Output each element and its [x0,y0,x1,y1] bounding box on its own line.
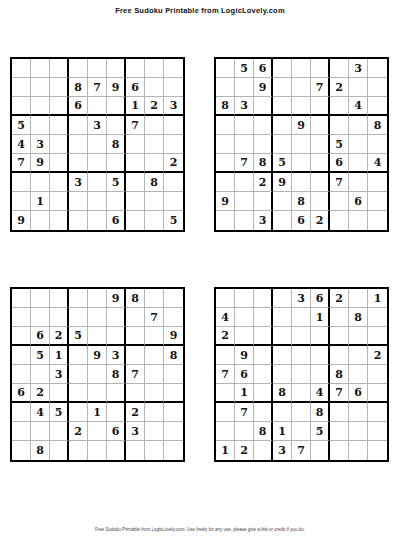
sudoku-cell [164,135,183,154]
sudoku-cell [216,384,235,403]
sudoku-cell [145,116,164,135]
sudoku-cell [368,59,387,78]
sudoku-cell [69,384,88,403]
sudoku-cell [311,59,330,78]
sudoku-cell: 6 [349,384,368,403]
sudoku-cell: 3 [164,97,183,116]
sudoku-cell: 7 [126,365,145,384]
sudoku-cell: 2 [145,97,164,116]
sudoku-cell: 1 [50,346,69,365]
sudoku-cell [12,59,31,78]
sudoku-cell [349,441,368,460]
sudoku-cell [88,327,107,346]
sudoku-cell: 9 [31,154,50,173]
sudoku-cell [107,59,126,78]
sudoku-cell [254,403,273,422]
sudoku-cell [145,441,164,460]
sudoku-cell [31,289,50,308]
sudoku-cell: 9 [88,346,107,365]
sudoku-cell [12,289,31,308]
sudoku-cell: 8 [107,135,126,154]
sudoku-cell [88,308,107,327]
sudoku-cell: 1 [88,403,107,422]
sudoku-cell [31,78,50,97]
sudoku-cell [107,97,126,116]
sudoku-cell [273,403,292,422]
sudoku-cell [349,422,368,441]
sudoku-cell: 5 [31,346,50,365]
sudoku-cell [292,78,311,97]
sudoku-cell [273,365,292,384]
sudoku-cell: 5 [12,116,31,135]
sudoku-cell: 5 [164,211,183,230]
sudoku-cell [330,59,349,78]
sudoku-cell: 9 [273,173,292,192]
sudoku-cell [88,97,107,116]
sudoku-cell [107,327,126,346]
sudoku-cell [50,289,69,308]
sudoku-cell [292,135,311,154]
sudoku-cell [12,365,31,384]
sudoku-cell: 9 [254,78,273,97]
sudoku-cell: 9 [235,346,254,365]
sudoku-cell: 6 [349,192,368,211]
sudoku-cell [69,192,88,211]
sudoku-cell: 3 [292,289,311,308]
sudoku-cell [273,327,292,346]
sudoku-cell [69,59,88,78]
sudoku-cell [126,173,145,192]
sudoku-cell: 3 [31,135,50,154]
sudoku-cell: 9 [292,116,311,135]
sudoku-cell [126,59,145,78]
sudoku-cell [330,327,349,346]
sudoku-cell [292,97,311,116]
sudoku-cell [12,441,31,460]
sudoku-cell [12,403,31,422]
sudoku-cell: 7 [88,78,107,97]
sudoku-cell: 9 [216,192,235,211]
sudoku-cell [235,173,254,192]
sudoku-cell [235,78,254,97]
sudoku-cell [69,211,88,230]
sudoku-cell: 5 [235,59,254,78]
sudoku-cell [311,192,330,211]
sudoku-cell [69,154,88,173]
sudoku-cell [235,308,254,327]
sudoku-cell [349,78,368,97]
sudoku-cell [216,78,235,97]
sudoku-cell [368,384,387,403]
sudoku-cell [145,59,164,78]
sudoku-cell [31,211,50,230]
sudoku-cell [216,135,235,154]
sudoku-cell: 6 [107,422,126,441]
sudoku-cell: 7 [292,441,311,460]
sudoku-cell [311,97,330,116]
sudoku-cell [216,403,235,422]
sudoku-cell [88,441,107,460]
sudoku-cell: 5 [50,403,69,422]
sudoku-cell: 6 [12,384,31,403]
sudoku-cell: 3 [349,59,368,78]
sudoku-cell [107,441,126,460]
sudoku-cell: 6 [254,59,273,78]
sudoku-cell: 8 [311,403,330,422]
sudoku-cell: 8 [368,116,387,135]
sudoku-cell [12,422,31,441]
sudoku-cell [164,365,183,384]
sudoku-cell [349,327,368,346]
sudoku-cell [69,403,88,422]
sudoku-cell [50,422,69,441]
sudoku-cell [126,211,145,230]
sudoku-cell [349,346,368,365]
sudoku-cell [31,173,50,192]
sudoku-cell [88,365,107,384]
sudoku-cell: 2 [216,327,235,346]
sudoku-cell [88,135,107,154]
sudoku-cell [164,173,183,192]
sudoku-cell [126,308,145,327]
sudoku-cell [50,154,69,173]
sudoku-cell [292,154,311,173]
sudoku-cell: 9 [107,78,126,97]
sudoku-cell [164,384,183,403]
sudoku-cell [145,403,164,422]
sudoku-cell: 8 [216,97,235,116]
sudoku-cell: 8 [254,154,273,173]
sudoku-cell [164,403,183,422]
sudoku-cell [216,154,235,173]
sudoku-cell [311,135,330,154]
sudoku-cell: 1 [368,289,387,308]
sudoku-cell [31,59,50,78]
sudoku-cell [126,346,145,365]
sudoku-cell [69,346,88,365]
sudoku-cell [145,78,164,97]
sudoku-cell [273,289,292,308]
sudoku-cell [368,403,387,422]
sudoku-cell [50,135,69,154]
sudoku-cell: 8 [69,78,88,97]
sudoku-cell [69,116,88,135]
sudoku-cell [164,441,183,460]
sudoku-cell: 2 [368,346,387,365]
sudoku-cell [273,59,292,78]
sudoku-cell [50,384,69,403]
page-title: Free Sudoku Printable from LogicLovely.c… [0,6,400,15]
sudoku-cell [273,211,292,230]
sudoku-cell [368,78,387,97]
sudoku-cell [273,346,292,365]
sudoku-cell [12,173,31,192]
sudoku-cell [311,365,330,384]
sudoku-cell: 6 [235,365,254,384]
sudoku-cell [50,192,69,211]
sudoku-cell: 1 [216,441,235,460]
sudoku-cell: 8 [273,384,292,403]
sudoku-cell: 1 [126,97,145,116]
sudoku-cell [273,78,292,97]
sudoku-cell: 6 [126,78,145,97]
sudoku-cell [330,116,349,135]
sudoku-cell: 3 [107,346,126,365]
sudoku-cell: 2 [50,327,69,346]
sudoku-cell: 2 [164,154,183,173]
sudoku-cell: 2 [235,441,254,460]
sudoku-cell: 7 [330,173,349,192]
sudoku-cell [107,384,126,403]
sudoku-cell [368,97,387,116]
sudoku-cell [311,173,330,192]
sudoku-cell [126,327,145,346]
sudoku-cell [50,59,69,78]
sudoku-cell [88,422,107,441]
sudoku-cell [12,308,31,327]
sudoku-cell: 8 [164,346,183,365]
sudoku-cell: 7 [145,308,164,327]
sudoku-cell [164,289,183,308]
sudoku-cell [311,116,330,135]
sudoku-cell [368,327,387,346]
sudoku-cell [311,327,330,346]
sudoku-cell [368,173,387,192]
sudoku-cell: 5 [311,422,330,441]
sudoku-cell: 9 [12,211,31,230]
sudoku-cell [126,192,145,211]
sudoku-cell: 4 [12,135,31,154]
sudoku-cell [330,308,349,327]
sudoku-cell [349,211,368,230]
sudoku-cell: 5 [107,173,126,192]
sudoku-cell: 5 [273,154,292,173]
sudoku-cell: 5 [330,135,349,154]
sudoku-cell: 6 [107,211,126,230]
sudoku-cell: 1 [273,422,292,441]
sudoku-cell [254,289,273,308]
sudoku-cell [88,289,107,308]
sudoku-cell: 8 [31,441,50,460]
sudoku-cell [235,422,254,441]
sudoku-cell [145,192,164,211]
sudoku-cell [330,192,349,211]
sudoku-cell [368,365,387,384]
sudoku-cell [88,384,107,403]
sudoku-cell [330,97,349,116]
sudoku-cell: 3 [88,116,107,135]
sudoku-cell [273,135,292,154]
sudoku-cell: 8 [126,289,145,308]
sudoku-cell [292,422,311,441]
sudoku-cell [254,192,273,211]
sudoku-cell [216,116,235,135]
sudoku-cell: 2 [254,173,273,192]
sudoku-cell [349,365,368,384]
sudoku-cell [216,59,235,78]
sudoku-cell [311,441,330,460]
sudoku-cell: 9 [164,327,183,346]
sudoku-cell [145,154,164,173]
sudoku-cell [235,211,254,230]
sudoku-cell [273,116,292,135]
sudoku-cell [368,308,387,327]
sudoku-cell [50,441,69,460]
sudoku-cell: 8 [254,422,273,441]
sudoku-cell: 3 [50,365,69,384]
sudoku-grid-bottom-left: 9876259519383876245122638 [10,287,185,462]
sudoku-cell [164,116,183,135]
sudoku-cell [69,135,88,154]
sudoku-cell: 1 [235,384,254,403]
sudoku-cell: 3 [69,173,88,192]
sudoku-cell: 6 [311,289,330,308]
sudoku-cell: 7 [330,384,349,403]
sudoku-cell [292,403,311,422]
sudoku-cell: 8 [330,365,349,384]
footer-note: Free Sudoku Printable from LogicLovely.c… [0,527,400,532]
sudoku-cell [107,116,126,135]
sudoku-cell: 4 [311,384,330,403]
sudoku-cell [254,327,273,346]
sudoku-cell [145,135,164,154]
sudoku-cell [368,135,387,154]
sudoku-cell: 5 [69,327,88,346]
sudoku-cell [12,192,31,211]
sudoku-cell: 9 [107,289,126,308]
sudoku-cell [273,97,292,116]
sudoku-cell [273,308,292,327]
sudoku-cell [292,384,311,403]
sudoku-cell: 3 [126,422,145,441]
sudoku-cell: 6 [69,97,88,116]
sudoku-cell: 7 [216,365,235,384]
sudoku-cell: 6 [292,211,311,230]
sudoku-cell [330,211,349,230]
sudoku-cell [88,59,107,78]
sudoku-cell [216,211,235,230]
sudoku-cell [349,173,368,192]
sudoku-cell [254,135,273,154]
sudoku-cell [292,346,311,365]
sudoku-cell [164,59,183,78]
sudoku-cell: 2 [69,422,88,441]
sudoku-cell [31,97,50,116]
sudoku-cell [107,192,126,211]
sudoku-cell: 4 [216,308,235,327]
sudoku-cell [235,327,254,346]
sudoku-cell: 2 [330,78,349,97]
sudoku-cell: 4 [368,154,387,173]
sudoku-cell [164,78,183,97]
sudoku-cell [12,346,31,365]
sudoku-cell [254,346,273,365]
sudoku-cell: 7 [126,116,145,135]
sudoku-cell [145,211,164,230]
sudoku-cell: 4 [31,403,50,422]
sudoku-cell [254,365,273,384]
sudoku-grid-top-left: 879661235374387923581965 [10,57,185,232]
sudoku-cell: 8 [292,192,311,211]
sudoku-cell: 7 [12,154,31,173]
sudoku-cell: 2 [311,211,330,230]
sudoku-cell [50,173,69,192]
sudoku-cell [292,327,311,346]
sudoku-cell [311,154,330,173]
sudoku-cell: 7 [235,403,254,422]
sudoku-cell: 8 [349,308,368,327]
sudoku-cell [216,173,235,192]
sudoku-cell [88,173,107,192]
sudoku-cell [107,154,126,173]
sudoku-cell [126,384,145,403]
sudoku-cell [254,116,273,135]
sudoku-cell [292,59,311,78]
sudoku-cell [330,403,349,422]
sudoku-cell [368,422,387,441]
sudoku-cell [273,192,292,211]
sudoku-cell [349,403,368,422]
sudoku-cell [145,422,164,441]
sudoku-cell [145,346,164,365]
sudoku-cell [145,289,164,308]
sudoku-cell [330,441,349,460]
sudoku-cell [126,135,145,154]
sudoku-cell [145,384,164,403]
sudoku-cell [126,441,145,460]
sudoku-cell [368,441,387,460]
sudoku-cell [145,365,164,384]
sudoku-cell [69,365,88,384]
sudoku-cell [69,308,88,327]
sudoku-cell [12,327,31,346]
sudoku-cell: 1 [31,192,50,211]
sudoku-cell [349,289,368,308]
sudoku-cell [31,116,50,135]
sudoku-cell: 3 [273,441,292,460]
sudoku-cell [145,327,164,346]
sudoku-cell [254,441,273,460]
sudoku-cell [216,346,235,365]
sudoku-cell [31,365,50,384]
sudoku-cell [330,422,349,441]
sudoku-cell [216,422,235,441]
sudoku-cell [12,97,31,116]
sudoku-cell [235,192,254,211]
sudoku-cell [292,173,311,192]
sudoku-cell [88,192,107,211]
sudoku-cell [164,192,183,211]
sudoku-cell [349,116,368,135]
sudoku-cell [330,346,349,365]
sudoku-cell: 3 [254,211,273,230]
sudoku-cell [292,308,311,327]
sudoku-cell [235,135,254,154]
sudoku-cell [235,116,254,135]
sudoku-cell: 6 [330,154,349,173]
sudoku-cell: 2 [126,403,145,422]
sudoku-cell [88,211,107,230]
sudoku-cell [254,97,273,116]
sudoku-cell [254,308,273,327]
sudoku-cell: 7 [235,154,254,173]
sudoku-cell [235,289,254,308]
sudoku-cell [50,97,69,116]
sudoku-cell: 2 [330,289,349,308]
sudoku-cell [349,135,368,154]
sudoku-grid-bottom-right: 362141829276818476788151237 [214,287,389,462]
sudoku-cell [349,154,368,173]
